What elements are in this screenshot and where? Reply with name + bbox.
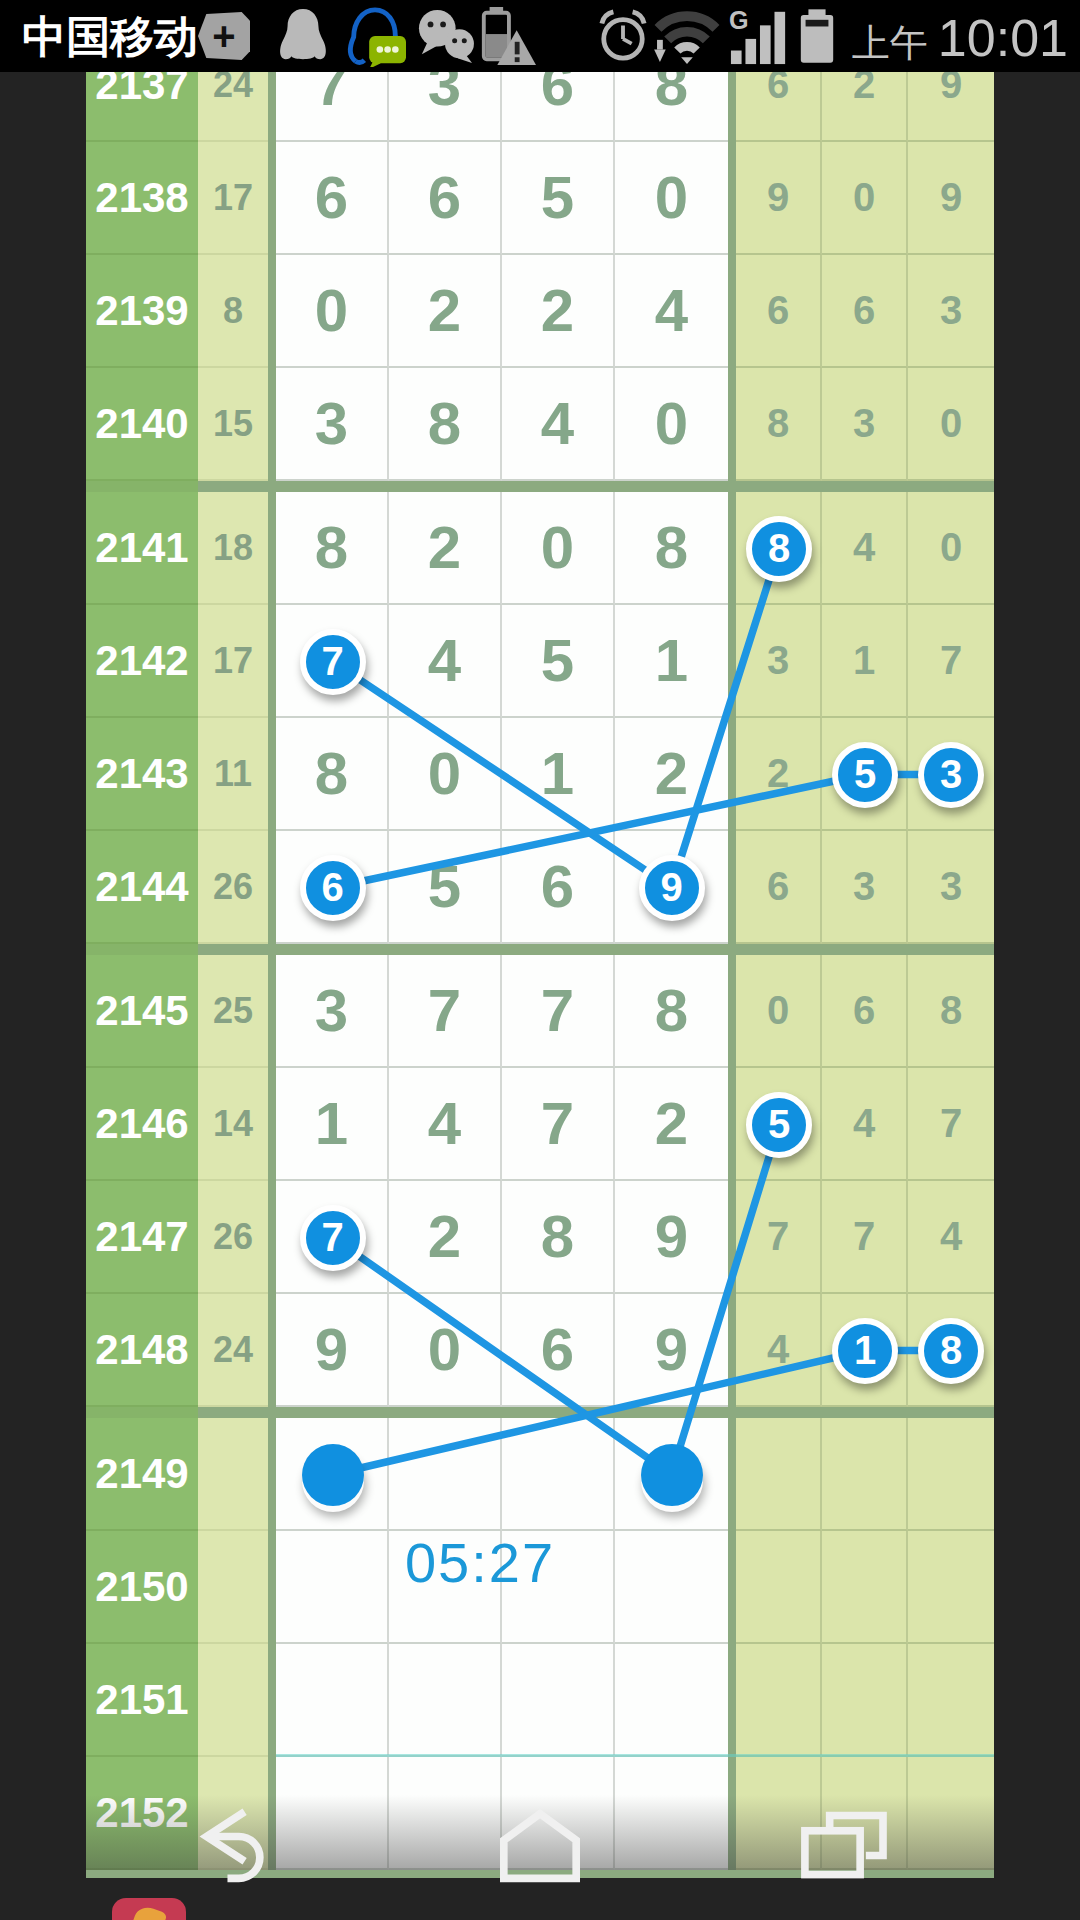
sum-cell: 15 (198, 368, 268, 481)
row-2149: 2149 (86, 1418, 994, 1531)
digit-cell: 8 (502, 1181, 615, 1294)
digit-cell: 2 (502, 255, 615, 368)
digit-cell: 0 (389, 718, 502, 831)
extra-digit-cell: 3 (822, 368, 908, 481)
extra-digit-cell (822, 1531, 908, 1644)
sum-cell: 17 (198, 605, 268, 718)
digit-cell: 7 (502, 955, 615, 1068)
digit-cell: 8 (615, 492, 728, 605)
countdown-timer: 05:27 (405, 1530, 555, 1595)
wifi-icon (652, 0, 722, 72)
qq-chat-icon (342, 0, 408, 72)
column-separator (728, 1531, 736, 1644)
digit-cell (615, 1531, 728, 1644)
sum-cell: 24 (198, 1294, 268, 1407)
extra-digit-cell: 4 (822, 492, 908, 605)
column-separator (728, 831, 736, 944)
column-separator (268, 1644, 276, 1757)
column-separator (728, 492, 736, 605)
extra-digit-cell: 3 (908, 255, 994, 368)
signal-bars-icon: G (727, 0, 791, 72)
column-separator (268, 368, 276, 481)
network-type-label: G (729, 6, 749, 34)
digit-cell (389, 1644, 502, 1757)
digit-cell: 8 (615, 72, 728, 142)
extra-digit-cell: 9 (908, 142, 994, 255)
sum-cell: 26 (198, 1181, 268, 1294)
digit-cell: 1 (615, 605, 728, 718)
column-separator (268, 1181, 276, 1294)
overscroll-glow (276, 1754, 994, 1757)
digit-cell: 6 (502, 831, 615, 944)
extra-digit-cell: 6 (822, 955, 908, 1068)
extra-digit-cell: 4 (736, 1294, 822, 1407)
digit-cell: 8 (276, 492, 389, 605)
extra-digit-cell: 0 (736, 955, 822, 1068)
row-2138: 2138176650909 (86, 142, 994, 255)
column-separator (728, 1068, 736, 1181)
floating-app-icon[interactable] (112, 1898, 186, 1920)
digit-cell: 5 (502, 605, 615, 718)
column-separator (728, 955, 736, 1068)
circled-number-marker: 6 (300, 855, 366, 921)
trend-chart-table[interactable]: 2137247368629213817665090921398022466321… (86, 72, 994, 1870)
row-2146: 2146141472547 (86, 1068, 994, 1181)
extra-digit-cell: 7 (908, 605, 994, 718)
digit-cell: 5 (502, 142, 615, 255)
sum-cell: 17 (198, 142, 268, 255)
period-cell: 2139 (86, 255, 198, 368)
group-separator (86, 944, 994, 955)
battery-warning-icon (478, 0, 536, 72)
circled-number-marker: 9 (639, 855, 705, 921)
extra-digit-cell: 2 (822, 72, 908, 142)
circled-number-marker: 7 (300, 629, 366, 695)
extra-digit-cell (822, 1418, 908, 1531)
digit-cell: 0 (276, 255, 389, 368)
circled-number-marker: 3 (918, 742, 984, 808)
extra-digit-cell: 3 (822, 831, 908, 944)
extra-digit-cell: 6 (822, 255, 908, 368)
column-separator (728, 605, 736, 718)
digit-cell: 4 (389, 1068, 502, 1181)
wechat-icon (414, 0, 476, 72)
digit-cell: 0 (502, 492, 615, 605)
digit-cell (389, 1418, 502, 1531)
column-separator (728, 72, 736, 142)
column-separator (268, 831, 276, 944)
floating-app-icon-art (130, 1904, 167, 1920)
extra-digit-cell: 6 (736, 831, 822, 944)
column-separator (728, 1418, 736, 1531)
row-2147: 2147267289774 (86, 1181, 994, 1294)
nav-recents-button[interactable] (793, 1806, 893, 1886)
row-2142: 2142177451317 (86, 605, 994, 718)
extra-digit-cell: 8 (736, 368, 822, 481)
digit-cell: 8 (615, 955, 728, 1068)
extra-digit-cell: 9 (908, 72, 994, 142)
period-cell: 2146 (86, 1068, 198, 1181)
digit-cell: 3 (276, 955, 389, 1068)
digit-cell: 2 (389, 1181, 502, 1294)
digit-cell: 7 (276, 72, 389, 142)
column-separator (728, 718, 736, 831)
digit-cell (615, 1644, 728, 1757)
digit-cell (276, 1531, 389, 1644)
status-time-digits: 10:01 (938, 9, 1068, 67)
extra-digit-cell: 8 (908, 955, 994, 1068)
row-2141: 2141188208840 (86, 492, 994, 605)
period-cell: 2149 (86, 1418, 198, 1531)
column-separator (268, 718, 276, 831)
circled-number-marker: 7 (300, 1205, 366, 1271)
digit-cell: 4 (615, 255, 728, 368)
period-cell: 2150 (86, 1531, 198, 1644)
column-separator (268, 1068, 276, 1181)
extra-digit-cell (736, 1418, 822, 1531)
digit-cell: 6 (389, 142, 502, 255)
extra-digit-cell: 6 (736, 255, 822, 368)
sum-cell (198, 1531, 268, 1644)
extra-digit-cell: 2 (736, 718, 822, 831)
extra-digit-cell (736, 1644, 822, 1757)
digit-cell: 2 (615, 718, 728, 831)
column-separator (728, 142, 736, 255)
column-separator (268, 142, 276, 255)
sum-cell: 18 (198, 492, 268, 605)
digit-cell: 1 (502, 718, 615, 831)
extra-digit-cell: 1 (822, 605, 908, 718)
period-cell: 2142 (86, 605, 198, 718)
sum-cell: 25 (198, 955, 268, 1068)
column-separator (728, 1644, 736, 1757)
extra-digit-cell: 0 (822, 142, 908, 255)
extra-digit-cell: 3 (736, 605, 822, 718)
digit-cell: 2 (389, 492, 502, 605)
digit-cell: 8 (389, 368, 502, 481)
digit-cell: 6 (502, 72, 615, 142)
battery-icon (797, 0, 837, 72)
row-2137: 2137247368629 (86, 72, 994, 142)
digit-cell (502, 1644, 615, 1757)
column-separator (728, 1181, 736, 1294)
sum-cell: 11 (198, 718, 268, 831)
digit-cell: 2 (615, 1068, 728, 1181)
sum-cell: 26 (198, 831, 268, 944)
row-2139: 213980224663 (86, 255, 994, 368)
digit-cell: 0 (389, 1294, 502, 1407)
period-cell: 2140 (86, 368, 198, 481)
column-separator (728, 255, 736, 368)
circled-number-marker: 1 (832, 1318, 898, 1384)
digit-cell: 9 (615, 1294, 728, 1407)
period-cell: 2137 (86, 72, 198, 142)
digit-cell: 3 (389, 72, 502, 142)
sum-cell: 14 (198, 1068, 268, 1181)
digit-cell: 4 (389, 605, 502, 718)
period-cell: 2143 (86, 718, 198, 831)
extra-digit-cell (908, 1531, 994, 1644)
sum-cell (198, 1418, 268, 1531)
extra-digit-cell: 7 (908, 1068, 994, 1181)
digit-cell (502, 1418, 615, 1531)
extra-digit-cell: 3 (908, 831, 994, 944)
digit-cell: 3 (276, 368, 389, 481)
circled-number-marker: 8 (746, 516, 812, 582)
period-cell: 2144 (86, 831, 198, 944)
circled-number-marker: 5 (746, 1092, 812, 1158)
digit-cell: 7 (389, 955, 502, 1068)
nav-back-button[interactable] (187, 1806, 287, 1886)
digit-cell: 6 (276, 142, 389, 255)
nav-home-button[interactable] (490, 1806, 590, 1886)
pending-dot-marker (302, 1444, 364, 1506)
sum-cell (198, 1644, 268, 1757)
circled-number-marker: 5 (832, 742, 898, 808)
column-separator (268, 1418, 276, 1531)
extra-digit-cell: 4 (822, 1068, 908, 1181)
digit-cell: 5 (389, 831, 502, 944)
column-separator (728, 368, 736, 481)
status-bar: 中国移动 + (0, 0, 1080, 72)
row-2140: 2140153840830 (86, 368, 994, 481)
sum-cell: 8 (198, 255, 268, 368)
digit-cell: 2 (389, 255, 502, 368)
extra-digit-cell: 0 (908, 492, 994, 605)
digit-cell: 0 (615, 142, 728, 255)
digit-cell (276, 1644, 389, 1757)
column-separator (268, 255, 276, 368)
extra-digit-cell: 0 (908, 368, 994, 481)
extra-digit-cell (822, 1644, 908, 1757)
pending-dot-marker (641, 1444, 703, 1506)
column-separator (268, 1294, 276, 1407)
digit-cell: 7 (502, 1068, 615, 1181)
sum-cell: 24 (198, 72, 268, 142)
period-cell: 2148 (86, 1294, 198, 1407)
digit-cell: 0 (615, 368, 728, 481)
extra-digit-cell: 6 (736, 72, 822, 142)
period-cell: 2151 (86, 1644, 198, 1757)
column-separator (268, 605, 276, 718)
extra-digit-cell: 4 (908, 1181, 994, 1294)
column-separator (268, 72, 276, 142)
row-2151: 2151 (86, 1644, 994, 1757)
extra-digit-cell (736, 1531, 822, 1644)
period-cell: 2138 (86, 142, 198, 255)
qq-icon (276, 0, 330, 72)
column-separator (268, 1531, 276, 1644)
row-2145: 2145253778068 (86, 955, 994, 1068)
column-separator (728, 1294, 736, 1407)
status-time: 上午10:01 (852, 0, 1068, 72)
extra-digit-cell (908, 1418, 994, 1531)
digit-cell: 4 (502, 368, 615, 481)
period-cell: 2141 (86, 492, 198, 605)
digit-cell: 9 (615, 1181, 728, 1294)
status-time-ampm: 上午 (852, 22, 928, 64)
plus-badge-icon: + (198, 0, 250, 72)
extra-digit-cell: 9 (736, 142, 822, 255)
period-cell: 2147 (86, 1181, 198, 1294)
extra-digit-cell: 7 (822, 1181, 908, 1294)
digit-cell: 6 (502, 1294, 615, 1407)
alarm-clock-icon (598, 0, 648, 72)
extra-digit-cell: 7 (736, 1181, 822, 1294)
digit-cell: 9 (276, 1294, 389, 1407)
group-separator (86, 481, 994, 492)
phone-screen: 中国移动 + (0, 0, 1080, 1920)
group-separator (86, 1407, 994, 1418)
column-separator (268, 492, 276, 605)
extra-digit-cell (908, 1644, 994, 1757)
row-2144: 2144266569633 (86, 831, 994, 944)
carrier-label: 中国移动 (22, 0, 198, 72)
circled-number-marker: 8 (918, 1318, 984, 1384)
digit-cell: 8 (276, 718, 389, 831)
digit-cell: 1 (276, 1068, 389, 1181)
column-separator (268, 955, 276, 1068)
period-cell: 2145 (86, 955, 198, 1068)
